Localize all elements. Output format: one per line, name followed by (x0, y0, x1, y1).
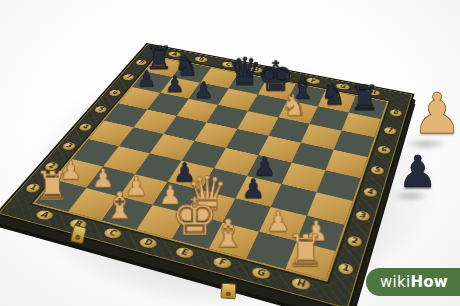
file-label-front-f: F (212, 256, 233, 270)
file-label-back-b: B (194, 56, 209, 63)
rank-label-left-6: 6 (108, 89, 123, 97)
rank-label-left-5: 5 (93, 105, 108, 113)
white-rook-a1: ♜ (34, 167, 71, 207)
file-label-front-c: C (102, 227, 123, 239)
chess-board: ♜♞♛♚♝♞♜♟♟♟♞♟♟♟♟♟♟♟♛♟♟♜♝♚♝♜ AABBCCDDEEFFG… (0, 43, 414, 306)
file-label-front-a: A (34, 209, 55, 221)
file-label-back-e: E (277, 72, 292, 79)
file-label-front-g: G (250, 266, 271, 280)
square-f2 (223, 199, 271, 232)
black-rook-a8: ♜ (144, 43, 174, 74)
rank-label-right-1: 1 (337, 262, 354, 276)
rank-label-right-2: 2 (346, 235, 363, 248)
rank-label-right-8: 8 (389, 109, 402, 117)
rank-label-left-2: 2 (43, 161, 60, 171)
black-pawn-f4: ♟ (247, 154, 283, 179)
captured-white-pawn: ♟ (412, 86, 460, 142)
file-label-front-h: H (290, 277, 311, 291)
file-label-front-e: E (174, 246, 195, 259)
white-pawn-a2: ♟ (53, 158, 89, 183)
wikihow-how-text: How (410, 273, 448, 291)
rank-label-left-1: 1 (24, 183, 42, 194)
file-label-back-d: D (248, 66, 263, 73)
black-rook-h8: ♜ (349, 81, 381, 115)
board-perspective-wrap: ♜♞♛♚♝♞♜♟♟♟♞♟♟♟♟♟♟♟♛♟♟♜♝♚♝♜ AABBCCDDEEFFG… (0, 43, 414, 306)
rank-label-left-4: 4 (77, 123, 93, 132)
square-h1: ♜ (286, 241, 336, 279)
rank-label-right-7: 7 (383, 126, 397, 135)
rank-label-right-3: 3 (355, 210, 371, 222)
file-label-back-a: A (167, 51, 182, 58)
file-label-front-d: D (138, 236, 159, 249)
file-label-back-c: C (221, 61, 236, 68)
rank-label-left-3: 3 (61, 141, 78, 150)
captured-black-pawn: ♟ (398, 150, 437, 194)
rank-label-right-4: 4 (363, 187, 378, 198)
file-label-back-g: G (335, 83, 350, 91)
wikihow-wiki-text: wiki (380, 273, 411, 291)
rank-label-left-8: 8 (134, 59, 148, 66)
rank-label-left-7: 7 (121, 74, 135, 81)
rank-label-right-6: 6 (377, 145, 391, 155)
photo-stage: ♜♞♛♚♝♞♜♟♟♟♞♟♟♟♟♟♟♟♛♟♟♜♝♚♝♜ AABBCCDDEEFFG… (0, 0, 460, 306)
wikihow-watermark: wiki How (366, 268, 460, 296)
brass-latch-front (220, 282, 236, 299)
rank-label-right-5: 5 (370, 165, 385, 175)
file-label-back-h: H (365, 88, 380, 96)
file-label-back-f: F (306, 77, 321, 84)
square-a5 (104, 103, 147, 127)
